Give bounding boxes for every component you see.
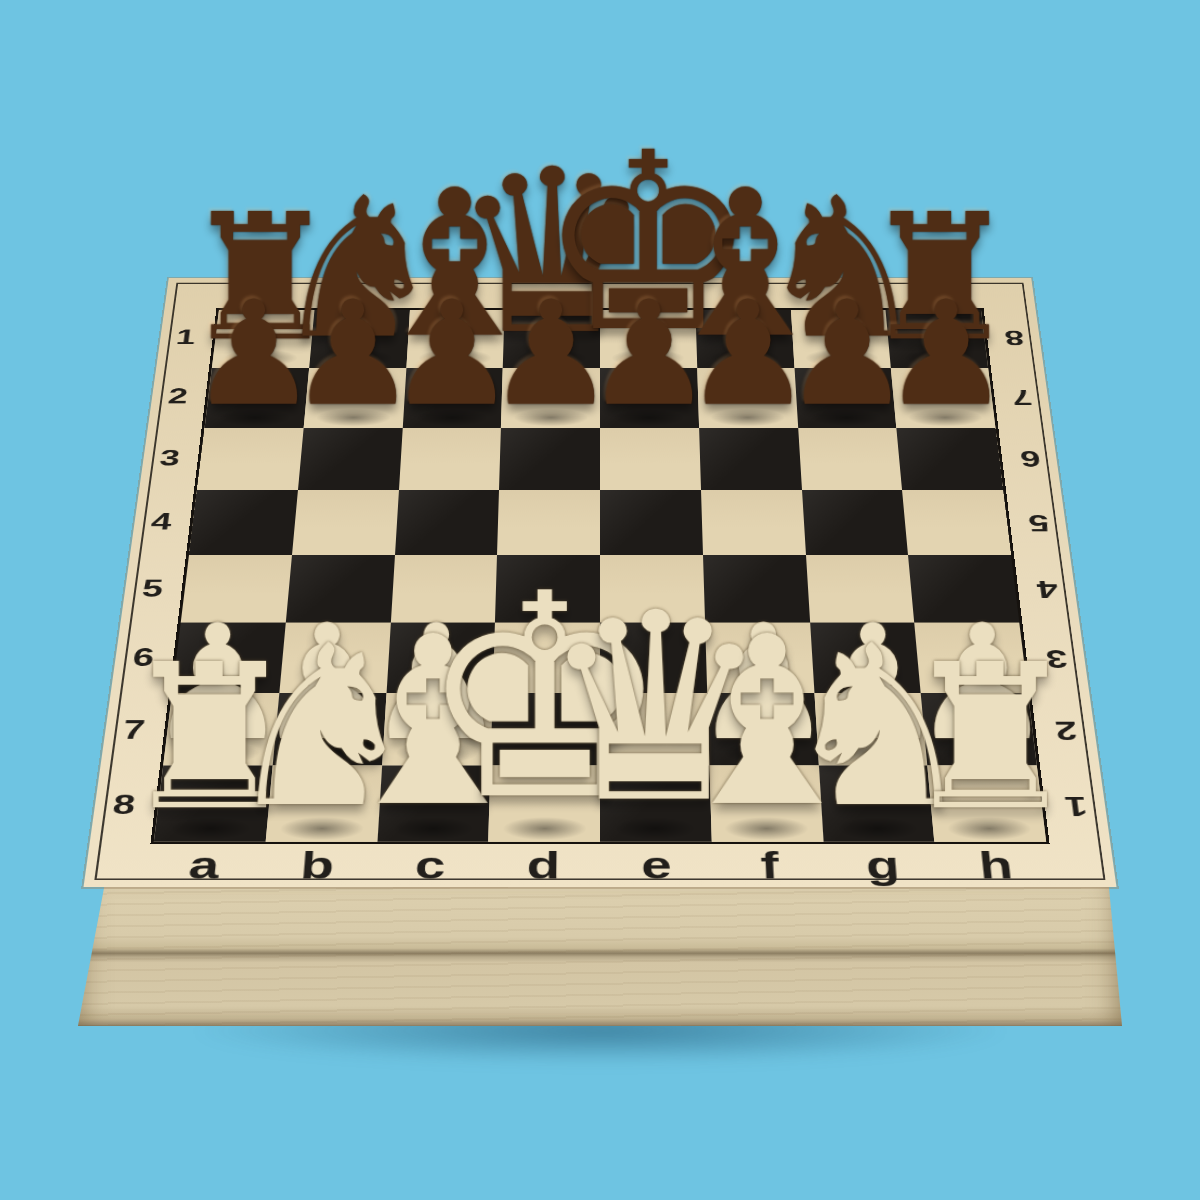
square-e3 [600,428,701,490]
light-rook: ♜ [900,638,1080,839]
square-a3 [197,428,303,490]
square-c3 [398,428,501,490]
rank-label-right-6: 6 [1004,427,1057,490]
square-g4 [802,490,909,555]
square-h3 [897,428,1003,490]
square-h8: ♜ [928,766,1047,842]
rank-label-right-5: 5 [1012,490,1066,555]
perspective-wrap: ♜♞♝♛♚♝♞♜♟♟♟♟♟♟♟♟♟♟♟♟♟♟♜♞♝♚♛♝♞♜ abcdefgh … [0,0,1200,1200]
rank-label-left-3: 3 [143,427,196,490]
product-photo-scene: ♜♞♝♛♚♝♞♜♟♟♟♟♟♟♟♟♟♟♟♟♟♟♜♞♝♚♛♝♞♜ abcdefgh … [0,0,1200,1200]
square-f4 [701,490,806,555]
square-h4 [902,490,1011,555]
square-b3 [298,428,403,490]
chess-board: ♜♞♝♛♚♝♞♜♟♟♟♟♟♟♟♟♟♟♟♟♟♟♜♞♝♚♛♝♞♜ abcdefgh … [84,278,1117,887]
square-h2: ♟ [891,368,995,428]
square-a4 [189,490,298,555]
square-g3 [798,428,903,490]
square-f3 [699,428,802,490]
rank-label-left-4: 4 [134,490,188,555]
board-grid: ♜♞♝♛♚♝♞♜♟♟♟♟♟♟♟♟♟♟♟♟♟♟♜♞♝♚♛♝♞♜ [150,308,1049,844]
square-b4 [292,490,399,555]
square-d3 [499,428,600,490]
dark-pawn: ♟ [881,281,1010,425]
